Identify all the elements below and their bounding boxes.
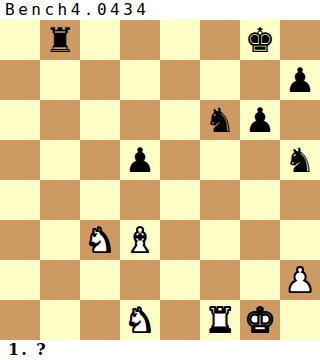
black-rook-piece: ♜ — [40, 20, 80, 60]
square-e8[interactable] — [160, 20, 200, 60]
square-f2[interactable] — [200, 260, 240, 300]
white-king-piece: ♚ — [240, 300, 280, 340]
square-d8[interactable] — [120, 20, 160, 60]
black-pawn-piece: ♟ — [120, 140, 160, 180]
square-b2[interactable] — [40, 260, 80, 300]
square-f8[interactable] — [200, 20, 240, 60]
square-a2[interactable] — [0, 260, 40, 300]
square-a1[interactable] — [0, 300, 40, 340]
position-title: Bench4.0434 — [0, 0, 320, 20]
square-g2[interactable] — [240, 260, 280, 300]
square-e2[interactable] — [160, 260, 200, 300]
square-c7[interactable] — [80, 60, 120, 100]
square-f4[interactable] — [200, 180, 240, 220]
square-g3[interactable] — [240, 220, 280, 260]
square-g5[interactable] — [240, 140, 280, 180]
chess-program-window: Bench4.0434 ♜♚♟♞♟♟♞♞♝♟♞♜♚ 1. ? — [0, 0, 320, 360]
square-e1[interactable] — [160, 300, 200, 340]
square-d2[interactable] — [120, 260, 160, 300]
square-d7[interactable] — [120, 60, 160, 100]
square-a6[interactable] — [0, 100, 40, 140]
square-e5[interactable] — [160, 140, 200, 180]
square-c2[interactable] — [80, 260, 120, 300]
square-h1[interactable] — [280, 300, 320, 340]
square-h8[interactable] — [280, 20, 320, 60]
square-b3[interactable] — [40, 220, 80, 260]
black-knight-piece: ♞ — [200, 100, 240, 140]
square-d3[interactable]: ♝ — [120, 220, 160, 260]
square-e7[interactable] — [160, 60, 200, 100]
square-h6[interactable] — [280, 100, 320, 140]
square-d6[interactable] — [120, 100, 160, 140]
square-h3[interactable] — [280, 220, 320, 260]
square-d4[interactable] — [120, 180, 160, 220]
white-rook-piece: ♜ — [200, 300, 240, 340]
square-b1[interactable] — [40, 300, 80, 340]
square-g1[interactable]: ♚ — [240, 300, 280, 340]
white-knight-piece: ♞ — [120, 300, 160, 340]
square-h5[interactable]: ♞ — [280, 140, 320, 180]
square-a3[interactable] — [0, 220, 40, 260]
square-f6[interactable]: ♞ — [200, 100, 240, 140]
square-a5[interactable] — [0, 140, 40, 180]
square-b8[interactable]: ♜ — [40, 20, 80, 60]
square-g8[interactable]: ♚ — [240, 20, 280, 60]
square-a4[interactable] — [0, 180, 40, 220]
square-b5[interactable] — [40, 140, 80, 180]
white-bishop-piece: ♝ — [120, 220, 160, 260]
square-f1[interactable]: ♜ — [200, 300, 240, 340]
white-knight-piece: ♞ — [80, 220, 120, 260]
square-c1[interactable] — [80, 300, 120, 340]
square-c4[interactable] — [80, 180, 120, 220]
square-e6[interactable] — [160, 100, 200, 140]
square-c8[interactable] — [80, 20, 120, 60]
square-d1[interactable]: ♞ — [120, 300, 160, 340]
square-e4[interactable] — [160, 180, 200, 220]
square-e3[interactable] — [160, 220, 200, 260]
square-c6[interactable] — [80, 100, 120, 140]
square-a7[interactable] — [0, 60, 40, 100]
square-f3[interactable] — [200, 220, 240, 260]
square-c3[interactable]: ♞ — [80, 220, 120, 260]
square-h2[interactable]: ♟ — [280, 260, 320, 300]
black-king-piece: ♚ — [240, 20, 280, 60]
black-pawn-piece: ♟ — [240, 100, 280, 140]
square-f5[interactable] — [200, 140, 240, 180]
chess-board: ♜♚♟♞♟♟♞♞♝♟♞♜♚ — [0, 20, 320, 340]
square-d5[interactable]: ♟ — [120, 140, 160, 180]
square-h4[interactable] — [280, 180, 320, 220]
square-c5[interactable] — [80, 140, 120, 180]
square-b4[interactable] — [40, 180, 80, 220]
square-b6[interactable] — [40, 100, 80, 140]
black-pawn-piece: ♟ — [280, 60, 320, 100]
square-g4[interactable] — [240, 180, 280, 220]
square-a8[interactable] — [0, 20, 40, 60]
square-g7[interactable] — [240, 60, 280, 100]
square-f7[interactable] — [200, 60, 240, 100]
square-b7[interactable] — [40, 60, 80, 100]
black-knight-piece: ♞ — [280, 140, 320, 180]
square-g6[interactable]: ♟ — [240, 100, 280, 140]
move-prompt: 1. ? — [0, 340, 320, 360]
square-h7[interactable]: ♟ — [280, 60, 320, 100]
white-pawn-piece: ♟ — [280, 260, 320, 300]
